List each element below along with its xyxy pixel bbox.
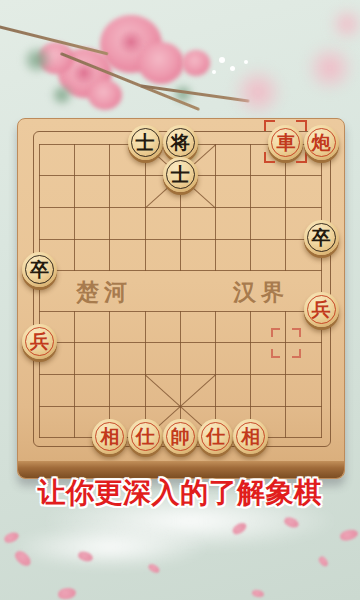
petal xyxy=(147,562,161,574)
piece-black-卒[interactable]: 卒 xyxy=(22,252,57,287)
piece-character: 卒 xyxy=(30,260,49,279)
piece-red-仕[interactable]: 仕 xyxy=(198,419,233,454)
grid-vline xyxy=(321,144,322,439)
leaf xyxy=(50,84,74,106)
sparkle xyxy=(212,70,216,74)
leaf xyxy=(22,46,52,74)
blurred-blossom xyxy=(305,45,355,91)
magnolia-flower xyxy=(38,42,74,74)
flower-center xyxy=(118,30,144,54)
grid-vline xyxy=(285,144,286,272)
app-screen: 楚河 汉界 士将車炮士卒卒兵兵相仕帥仕相 让你更深入的了解象棋 xyxy=(0,0,360,600)
piece-red-兵[interactable]: 兵 xyxy=(22,324,57,359)
petal xyxy=(317,555,329,568)
magnolia-bud xyxy=(182,50,210,76)
piece-character: 相 xyxy=(241,427,260,446)
magnolia-flower xyxy=(100,15,162,73)
petal xyxy=(251,589,264,598)
piece-character: 卒 xyxy=(312,228,331,247)
petal xyxy=(3,530,20,544)
grid-vline xyxy=(285,311,286,439)
mist xyxy=(10,525,210,569)
grid-vline xyxy=(74,144,75,272)
piece-character: 仕 xyxy=(136,427,155,446)
petal xyxy=(77,550,94,563)
piece-red-炮[interactable]: 炮 xyxy=(304,125,339,160)
sparkle xyxy=(219,57,225,63)
piece-character: 帥 xyxy=(171,427,190,446)
piece-character: 車 xyxy=(276,133,295,152)
piece-red-相[interactable]: 相 xyxy=(233,419,268,454)
river-label-left: 楚河 xyxy=(76,277,132,308)
petal xyxy=(13,549,34,569)
piece-black-将[interactable]: 将 xyxy=(163,125,198,160)
blurred-blossom xyxy=(232,68,284,116)
xiangqi-board[interactable]: 楚河 汉界 士将車炮士卒卒兵兵相仕帥仕相 xyxy=(17,118,345,479)
piece-character: 仕 xyxy=(206,427,225,446)
flower-center xyxy=(72,62,96,84)
caption-text: 让你更深入的了解象棋 xyxy=(0,477,360,508)
piece-black-卒[interactable]: 卒 xyxy=(304,220,339,255)
grid-vline xyxy=(250,144,251,272)
petal xyxy=(57,587,77,600)
piece-black-士[interactable]: 士 xyxy=(163,157,198,192)
blurred-blossom xyxy=(330,8,360,40)
grid-vline xyxy=(74,311,75,439)
petal xyxy=(231,521,248,537)
piece-character: 炮 xyxy=(312,133,331,152)
petal xyxy=(283,516,300,530)
magnolia-flower xyxy=(58,48,112,98)
piece-black-士[interactable]: 士 xyxy=(128,125,163,160)
piece-character: 将 xyxy=(171,133,190,152)
piece-character: 士 xyxy=(136,133,155,152)
branch xyxy=(0,24,109,56)
grid-vline xyxy=(39,144,40,439)
magnolia-flower xyxy=(138,42,184,84)
sparkle xyxy=(230,66,235,71)
piece-red-仕[interactable]: 仕 xyxy=(128,419,163,454)
branch xyxy=(60,52,200,111)
piece-character: 兵 xyxy=(30,332,49,351)
piece-character: 相 xyxy=(100,427,119,446)
piece-red-相[interactable]: 相 xyxy=(92,419,127,454)
petal xyxy=(339,528,359,542)
piece-character: 兵 xyxy=(312,300,331,319)
grid-vline xyxy=(109,144,110,272)
branch xyxy=(140,84,249,102)
piece-character: 士 xyxy=(171,165,190,184)
piece-red-帥[interactable]: 帥 xyxy=(163,419,198,454)
magnolia-flower xyxy=(88,80,122,110)
river-label-right: 汉界 xyxy=(233,277,289,308)
piece-red-兵[interactable]: 兵 xyxy=(304,292,339,327)
leaf xyxy=(172,84,194,104)
sparkle xyxy=(244,60,248,64)
